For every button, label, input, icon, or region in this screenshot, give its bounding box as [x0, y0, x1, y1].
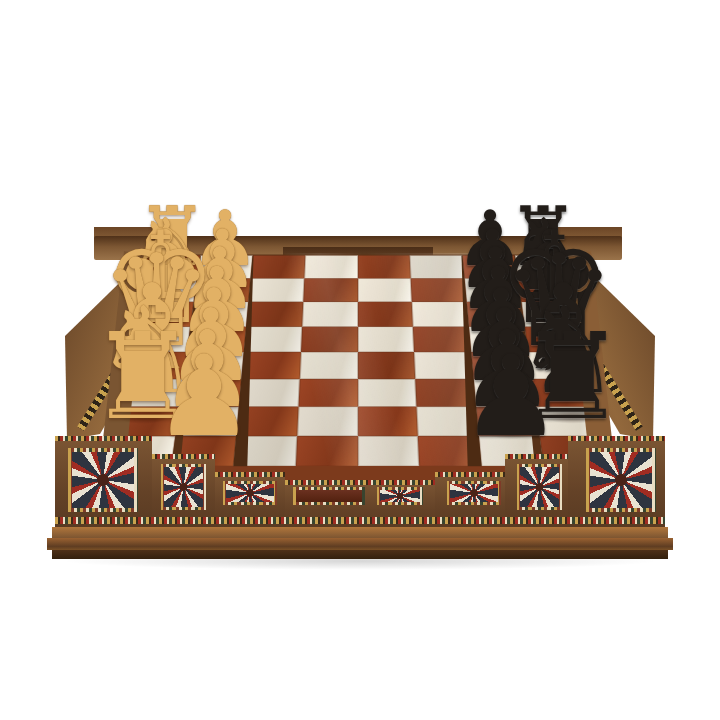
square-b1	[115, 407, 180, 436]
rosewood-panel	[293, 487, 365, 505]
square-g1	[139, 278, 197, 302]
square-g2	[194, 278, 251, 302]
mosaic-band	[152, 454, 215, 459]
square-g8	[518, 278, 576, 302]
square-d6	[414, 352, 473, 379]
square-f7	[467, 302, 525, 327]
square-c8	[532, 379, 595, 407]
mosaic-band	[505, 454, 568, 459]
square-c6	[416, 379, 477, 407]
mosaic-band	[435, 472, 505, 477]
square-b2	[175, 407, 238, 436]
mosaic-band	[55, 436, 152, 441]
square-a5	[358, 436, 420, 466]
square-f1	[135, 302, 194, 327]
square-c1	[120, 379, 183, 407]
mosaic-star-panel	[447, 481, 501, 505]
square-g6	[411, 278, 467, 302]
plinth-middle-molding	[47, 538, 673, 550]
square-f8	[521, 302, 580, 327]
square-c7	[474, 379, 536, 407]
square-a4	[295, 436, 357, 466]
square-f5	[358, 302, 414, 327]
square-f3	[246, 302, 303, 327]
front-step-right-corner	[568, 436, 665, 530]
square-a6	[418, 436, 481, 466]
square-e2	[187, 326, 246, 352]
square-e7	[469, 326, 528, 352]
mosaic-star-panel	[161, 464, 206, 510]
square-b5	[358, 407, 419, 436]
mosaic-star-panel	[223, 481, 277, 505]
square-e1	[130, 326, 190, 352]
square-a3	[233, 436, 296, 466]
square-c4	[298, 379, 357, 407]
square-d5	[358, 352, 416, 379]
square-b4	[297, 407, 358, 436]
plinth-top-molding	[52, 527, 668, 538]
square-d7	[471, 352, 532, 379]
square-h6	[410, 255, 465, 278]
square-b3	[236, 407, 298, 436]
square-e4	[301, 326, 358, 352]
mosaic-star-panel	[517, 464, 562, 510]
square-g7	[465, 278, 522, 302]
mosaic-band	[215, 472, 285, 477]
square-h8	[515, 255, 572, 278]
square-b6	[417, 407, 479, 436]
mosaic-band	[568, 436, 665, 441]
square-h3	[250, 255, 305, 278]
square-b7	[476, 407, 539, 436]
mosaic-star-panel	[377, 487, 423, 505]
square-d1	[125, 352, 187, 379]
square-h4	[304, 255, 358, 278]
mosaic-star-panel	[68, 448, 138, 512]
square-c3	[239, 379, 300, 407]
square-h2	[197, 255, 253, 278]
square-c5	[358, 379, 417, 407]
square-e6	[413, 326, 471, 352]
front-lower-mosaic-band	[55, 517, 665, 524]
square-h1	[143, 255, 200, 278]
square-f2	[190, 302, 248, 327]
chess-board	[109, 255, 606, 466]
square-g5	[358, 278, 413, 302]
square-d8	[528, 352, 590, 379]
mosaic-band	[285, 480, 435, 485]
square-c2	[179, 379, 241, 407]
square-d2	[183, 352, 244, 379]
square-d3	[241, 352, 300, 379]
front-step-left-corner	[55, 436, 152, 530]
square-g3	[248, 278, 304, 302]
square-h5	[358, 255, 412, 278]
mosaic-star-panel	[586, 448, 656, 512]
square-d4	[299, 352, 357, 379]
square-h7	[462, 255, 518, 278]
square-g4	[303, 278, 358, 302]
chess-box-photo: ♜♜♟♟♞♞♟♟♝♝♟♟♚♚♟♟♛♛♟♟♝♝♟♟♞♞♟♟♜♜♟♟	[0, 0, 720, 720]
square-f6	[412, 302, 469, 327]
square-b8	[536, 407, 601, 436]
plinth-base	[52, 550, 668, 559]
square-f4	[302, 302, 358, 327]
square-e8	[525, 326, 585, 352]
square-e5	[358, 326, 415, 352]
square-e3	[244, 326, 302, 352]
